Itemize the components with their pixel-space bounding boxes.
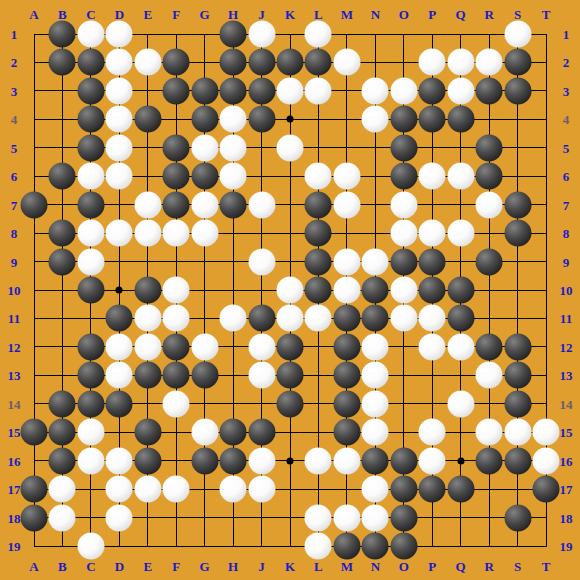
white-stone-C9[interactable] [77, 248, 104, 275]
col-label-top-J: J [258, 8, 265, 21]
white-stone-H5[interactable] [220, 134, 247, 161]
white-stone-B18[interactable] [49, 504, 76, 531]
white-stone-D5[interactable] [106, 134, 133, 161]
white-stone-L18[interactable] [305, 504, 332, 531]
white-stone-K10[interactable] [277, 277, 304, 304]
black-stone-J15[interactable] [248, 419, 275, 446]
black-stone-C7[interactable] [77, 191, 104, 218]
black-stone-O9[interactable] [390, 248, 417, 275]
white-stone-N9[interactable] [362, 248, 389, 275]
star-point-D10 [116, 287, 123, 294]
black-stone-S7[interactable] [504, 191, 531, 218]
col-label-bottom-N: N [371, 560, 380, 573]
row-label-right-17: 17 [560, 483, 573, 496]
black-stone-R9[interactable] [476, 248, 503, 275]
grid-hline-7 [34, 204, 547, 205]
row-label-right-14: 14 [560, 397, 573, 410]
white-stone-M2[interactable] [333, 49, 360, 76]
black-stone-S8[interactable] [504, 220, 531, 247]
row-label-left-9: 9 [11, 255, 18, 268]
black-stone-C10[interactable] [77, 277, 104, 304]
row-label-left-19: 19 [8, 540, 21, 553]
white-stone-G5[interactable] [191, 134, 218, 161]
col-label-bottom-T: T [542, 560, 551, 573]
black-stone-A7[interactable] [21, 191, 48, 218]
black-stone-O16[interactable] [390, 447, 417, 474]
black-stone-O19[interactable] [390, 533, 417, 560]
white-stone-M9[interactable] [333, 248, 360, 275]
col-label-top-P: P [428, 8, 436, 21]
black-stone-H15[interactable] [220, 419, 247, 446]
black-stone-S13[interactable] [504, 362, 531, 389]
col-label-top-L: L [314, 8, 323, 21]
col-label-bottom-Q: Q [456, 560, 466, 573]
row-label-left-18: 18 [8, 511, 21, 524]
white-stone-D6[interactable] [106, 163, 133, 190]
black-stone-Q11[interactable] [447, 305, 474, 332]
row-label-right-6: 6 [563, 170, 570, 183]
row-label-right-1: 1 [563, 28, 570, 41]
white-stone-N4[interactable] [362, 106, 389, 133]
white-stone-J17[interactable] [248, 476, 275, 503]
white-stone-D17[interactable] [106, 476, 133, 503]
white-stone-R15[interactable] [476, 419, 503, 446]
white-stone-Q14[interactable] [447, 390, 474, 417]
black-stone-J3[interactable] [248, 77, 275, 104]
white-stone-Q2[interactable] [447, 49, 474, 76]
black-stone-A15[interactable] [21, 419, 48, 446]
black-stone-P4[interactable] [419, 106, 446, 133]
black-stone-O6[interactable] [390, 163, 417, 190]
row-label-right-3: 3 [563, 84, 570, 97]
col-label-top-T: T [542, 8, 551, 21]
black-stone-B16[interactable] [49, 447, 76, 474]
white-stone-C6[interactable] [77, 163, 104, 190]
col-label-bottom-P: P [428, 560, 436, 573]
row-label-left-13: 13 [8, 369, 21, 382]
row-label-left-3: 3 [11, 84, 18, 97]
row-label-right-12: 12 [560, 340, 573, 353]
white-stone-L3[interactable] [305, 77, 332, 104]
white-stone-R13[interactable] [476, 362, 503, 389]
black-stone-G3[interactable] [191, 77, 218, 104]
row-label-right-13: 13 [560, 369, 573, 382]
white-stone-M10[interactable] [333, 277, 360, 304]
white-stone-B17[interactable] [49, 476, 76, 503]
row-label-right-10: 10 [560, 284, 573, 297]
black-stone-E16[interactable] [134, 447, 161, 474]
white-stone-N18[interactable] [362, 504, 389, 531]
white-stone-C15[interactable] [77, 419, 104, 446]
col-label-bottom-O: O [399, 560, 409, 573]
black-stone-N11[interactable] [362, 305, 389, 332]
black-stone-B9[interactable] [49, 248, 76, 275]
white-stone-E11[interactable] [134, 305, 161, 332]
black-stone-C13[interactable] [77, 362, 104, 389]
row-label-right-11: 11 [560, 312, 572, 325]
black-stone-P9[interactable] [419, 248, 446, 275]
black-stone-H2[interactable] [220, 49, 247, 76]
row-label-left-2: 2 [11, 56, 18, 69]
black-stone-S3[interactable] [504, 77, 531, 104]
black-stone-F6[interactable] [163, 163, 190, 190]
black-stone-R6[interactable] [476, 163, 503, 190]
black-stone-H16[interactable] [220, 447, 247, 474]
col-label-bottom-J: J [258, 560, 265, 573]
col-label-top-H: H [228, 8, 238, 21]
white-stone-F10[interactable] [163, 277, 190, 304]
white-stone-Q12[interactable] [447, 333, 474, 360]
col-label-bottom-M: M [341, 560, 353, 573]
black-stone-K12[interactable] [277, 333, 304, 360]
col-label-bottom-S: S [514, 560, 521, 573]
col-label-bottom-D: D [115, 560, 124, 573]
white-stone-M18[interactable] [333, 504, 360, 531]
white-stone-J7[interactable] [248, 191, 275, 218]
white-stone-F8[interactable] [163, 220, 190, 247]
col-label-top-D: D [115, 8, 124, 21]
col-label-top-M: M [341, 8, 353, 21]
col-label-bottom-G: G [200, 560, 210, 573]
black-stone-G4[interactable] [191, 106, 218, 133]
black-stone-O4[interactable] [390, 106, 417, 133]
grid-vline-A [34, 34, 35, 547]
row-label-right-8: 8 [563, 227, 570, 240]
black-stone-E4[interactable] [134, 106, 161, 133]
white-stone-E7[interactable] [134, 191, 161, 218]
black-stone-J11[interactable] [248, 305, 275, 332]
black-stone-E10[interactable] [134, 277, 161, 304]
row-label-left-6: 6 [11, 170, 18, 183]
white-stone-D16[interactable] [106, 447, 133, 474]
row-label-right-15: 15 [560, 426, 573, 439]
black-stone-C5[interactable] [77, 134, 104, 161]
white-stone-Q8[interactable] [447, 220, 474, 247]
black-stone-H7[interactable] [220, 191, 247, 218]
col-label-bottom-L: L [314, 560, 323, 573]
star-point-K4 [287, 116, 294, 123]
white-stone-N12[interactable] [362, 333, 389, 360]
white-stone-D4[interactable] [106, 106, 133, 133]
white-stone-D1[interactable] [106, 21, 133, 48]
go-board[interactable]: AABBCCDDEEFFGGHHJJKKLLMMNNOOPPQQRRSSTT11… [0, 0, 580, 580]
black-stone-F2[interactable] [163, 49, 190, 76]
black-stone-R16[interactable] [476, 447, 503, 474]
col-label-top-A: A [29, 8, 38, 21]
white-stone-K3[interactable] [277, 77, 304, 104]
black-stone-K13[interactable] [277, 362, 304, 389]
black-stone-F3[interactable] [163, 77, 190, 104]
row-label-right-7: 7 [563, 198, 570, 211]
white-stone-Q3[interactable] [447, 77, 474, 104]
black-stone-P3[interactable] [419, 77, 446, 104]
black-stone-L8[interactable] [305, 220, 332, 247]
star-point-Q16 [457, 457, 464, 464]
black-stone-B15[interactable] [49, 419, 76, 446]
white-stone-D12[interactable] [106, 333, 133, 360]
row-label-left-5: 5 [11, 141, 18, 154]
white-stone-L16[interactable] [305, 447, 332, 474]
white-stone-C19[interactable] [77, 533, 104, 560]
black-stone-P17[interactable] [419, 476, 446, 503]
row-label-right-9: 9 [563, 255, 570, 268]
black-stone-K2[interactable] [277, 49, 304, 76]
row-label-right-18: 18 [560, 511, 573, 524]
row-label-left-11: 11 [8, 312, 20, 325]
white-stone-T16[interactable] [533, 447, 560, 474]
col-label-top-B: B [58, 8, 67, 21]
white-stone-C16[interactable] [77, 447, 104, 474]
white-stone-Q6[interactable] [447, 163, 474, 190]
white-stone-H17[interactable] [220, 476, 247, 503]
white-stone-F14[interactable] [163, 390, 190, 417]
col-label-bottom-A: A [29, 560, 38, 573]
black-stone-M14[interactable] [333, 390, 360, 417]
row-label-left-16: 16 [8, 454, 21, 467]
black-stone-F5[interactable] [163, 134, 190, 161]
col-label-top-C: C [86, 8, 95, 21]
black-stone-B2[interactable] [49, 49, 76, 76]
black-stone-B1[interactable] [49, 21, 76, 48]
black-stone-M15[interactable] [333, 419, 360, 446]
black-stone-J2[interactable] [248, 49, 275, 76]
black-stone-K14[interactable] [277, 390, 304, 417]
white-stone-N3[interactable] [362, 77, 389, 104]
white-stone-M16[interactable] [333, 447, 360, 474]
black-stone-C4[interactable] [77, 106, 104, 133]
white-stone-E2[interactable] [134, 49, 161, 76]
black-stone-C3[interactable] [77, 77, 104, 104]
row-label-left-14: 14 [8, 397, 21, 410]
white-stone-G15[interactable] [191, 419, 218, 446]
black-stone-S16[interactable] [504, 447, 531, 474]
grid-hline-19 [34, 546, 547, 547]
white-stone-L11[interactable] [305, 305, 332, 332]
white-stone-D8[interactable] [106, 220, 133, 247]
col-label-top-G: G [200, 8, 210, 21]
col-label-top-R: R [484, 8, 493, 21]
black-stone-O5[interactable] [390, 134, 417, 161]
white-stone-E17[interactable] [134, 476, 161, 503]
white-stone-S1[interactable] [504, 21, 531, 48]
black-stone-P10[interactable] [419, 277, 446, 304]
black-stone-B8[interactable] [49, 220, 76, 247]
black-stone-N16[interactable] [362, 447, 389, 474]
white-stone-N14[interactable] [362, 390, 389, 417]
black-stone-E13[interactable] [134, 362, 161, 389]
white-stone-C8[interactable] [77, 220, 104, 247]
black-stone-T17[interactable] [533, 476, 560, 503]
white-stone-M7[interactable] [333, 191, 360, 218]
col-label-top-O: O [399, 8, 409, 21]
black-stone-C14[interactable] [77, 390, 104, 417]
white-stone-K11[interactable] [277, 305, 304, 332]
white-stone-L1[interactable] [305, 21, 332, 48]
white-stone-P6[interactable] [419, 163, 446, 190]
black-stone-F7[interactable] [163, 191, 190, 218]
black-stone-N10[interactable] [362, 277, 389, 304]
col-label-bottom-F: F [172, 560, 180, 573]
row-label-left-4: 4 [11, 113, 18, 126]
row-label-left-15: 15 [8, 426, 21, 439]
black-stone-B14[interactable] [49, 390, 76, 417]
black-stone-N19[interactable] [362, 533, 389, 560]
col-label-bottom-E: E [143, 560, 152, 573]
white-stone-J16[interactable] [248, 447, 275, 474]
col-label-top-K: K [285, 8, 295, 21]
black-stone-B6[interactable] [49, 163, 76, 190]
black-stone-L9[interactable] [305, 248, 332, 275]
white-stone-J13[interactable] [248, 362, 275, 389]
white-stone-R2[interactable] [476, 49, 503, 76]
row-label-left-17: 17 [8, 483, 21, 496]
white-stone-G7[interactable] [191, 191, 218, 218]
black-stone-L7[interactable] [305, 191, 332, 218]
black-stone-L2[interactable] [305, 49, 332, 76]
white-stone-J9[interactable] [248, 248, 275, 275]
white-stone-E12[interactable] [134, 333, 161, 360]
col-label-bottom-C: C [86, 560, 95, 573]
white-stone-O7[interactable] [390, 191, 417, 218]
col-label-bottom-H: H [228, 560, 238, 573]
white-stone-P12[interactable] [419, 333, 446, 360]
black-stone-E15[interactable] [134, 419, 161, 446]
black-stone-D14[interactable] [106, 390, 133, 417]
white-stone-N15[interactable] [362, 419, 389, 446]
white-stone-D2[interactable] [106, 49, 133, 76]
row-label-left-1: 1 [11, 28, 18, 41]
row-label-right-2: 2 [563, 56, 570, 69]
black-stone-M19[interactable] [333, 533, 360, 560]
black-stone-M13[interactable] [333, 362, 360, 389]
black-stone-L10[interactable] [305, 277, 332, 304]
black-stone-Q10[interactable] [447, 277, 474, 304]
black-stone-Q17[interactable] [447, 476, 474, 503]
black-stone-M11[interactable] [333, 305, 360, 332]
white-stone-G12[interactable] [191, 333, 218, 360]
black-stone-O17[interactable] [390, 476, 417, 503]
black-stone-R12[interactable] [476, 333, 503, 360]
col-label-top-N: N [371, 8, 380, 21]
black-stone-G13[interactable] [191, 362, 218, 389]
col-label-bottom-B: B [58, 560, 67, 573]
white-stone-F11[interactable] [163, 305, 190, 332]
grid-hline-9 [34, 261, 547, 262]
black-stone-Q4[interactable] [447, 106, 474, 133]
black-stone-S2[interactable] [504, 49, 531, 76]
white-stone-N13[interactable] [362, 362, 389, 389]
grid-hline-15 [34, 432, 547, 433]
black-stone-S12[interactable] [504, 333, 531, 360]
black-stone-H1[interactable] [220, 21, 247, 48]
black-stone-M12[interactable] [333, 333, 360, 360]
white-stone-D13[interactable] [106, 362, 133, 389]
row-label-left-8: 8 [11, 227, 18, 240]
white-stone-N17[interactable] [362, 476, 389, 503]
black-stone-R3[interactable] [476, 77, 503, 104]
row-label-right-16: 16 [560, 454, 573, 467]
white-stone-K5[interactable] [277, 134, 304, 161]
row-label-right-4: 4 [563, 113, 570, 126]
white-stone-J12[interactable] [248, 333, 275, 360]
white-stone-T15[interactable] [533, 419, 560, 446]
white-stone-P11[interactable] [419, 305, 446, 332]
row-label-left-10: 10 [8, 284, 21, 297]
white-stone-P2[interactable] [419, 49, 446, 76]
star-point-K16 [287, 457, 294, 464]
black-stone-D11[interactable] [106, 305, 133, 332]
col-label-top-S: S [514, 8, 521, 21]
white-stone-P8[interactable] [419, 220, 446, 247]
black-stone-F13[interactable] [163, 362, 190, 389]
white-stone-O11[interactable] [390, 305, 417, 332]
row-label-right-5: 5 [563, 141, 570, 154]
col-label-bottom-R: R [484, 560, 493, 573]
white-stone-E8[interactable] [134, 220, 161, 247]
white-stone-O10[interactable] [390, 277, 417, 304]
white-stone-L6[interactable] [305, 163, 332, 190]
black-stone-C12[interactable] [77, 333, 104, 360]
white-stone-H4[interactable] [220, 106, 247, 133]
white-stone-C1[interactable] [77, 21, 104, 48]
row-label-left-7: 7 [11, 198, 18, 211]
white-stone-O3[interactable] [390, 77, 417, 104]
white-stone-S15[interactable] [504, 419, 531, 446]
black-stone-F12[interactable] [163, 333, 190, 360]
black-stone-H3[interactable] [220, 77, 247, 104]
black-stone-G16[interactable] [191, 447, 218, 474]
col-label-top-E: E [143, 8, 152, 21]
black-stone-J4[interactable] [248, 106, 275, 133]
white-stone-O8[interactable] [390, 220, 417, 247]
white-stone-F17[interactable] [163, 476, 190, 503]
white-stone-H11[interactable] [220, 305, 247, 332]
black-stone-R5[interactable] [476, 134, 503, 161]
col-label-top-Q: Q [456, 8, 466, 21]
white-stone-M6[interactable] [333, 163, 360, 190]
white-stone-L19[interactable] [305, 533, 332, 560]
white-stone-J1[interactable] [248, 21, 275, 48]
black-stone-C2[interactable] [77, 49, 104, 76]
white-stone-R7[interactable] [476, 191, 503, 218]
row-label-right-19: 19 [560, 540, 573, 553]
black-stone-A17[interactable] [21, 476, 48, 503]
black-stone-G6[interactable] [191, 163, 218, 190]
black-stone-A18[interactable] [21, 504, 48, 531]
row-label-left-12: 12 [8, 340, 21, 353]
white-stone-D3[interactable] [106, 77, 133, 104]
white-stone-H6[interactable] [220, 163, 247, 190]
white-stone-G8[interactable] [191, 220, 218, 247]
black-stone-S14[interactable] [504, 390, 531, 417]
col-label-bottom-K: K [285, 560, 295, 573]
black-stone-S18[interactable] [504, 504, 531, 531]
white-stone-P16[interactable] [419, 447, 446, 474]
white-stone-P15[interactable] [419, 419, 446, 446]
white-stone-D18[interactable] [106, 504, 133, 531]
col-label-top-F: F [172, 8, 180, 21]
black-stone-O18[interactable] [390, 504, 417, 531]
